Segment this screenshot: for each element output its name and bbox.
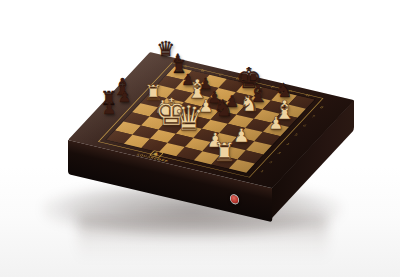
power-button-led[interactable]: [230, 193, 239, 205]
rank-label-6: 6: [300, 123, 310, 128]
rank-label-2: 2: [266, 159, 276, 164]
rank-label-4: 4: [283, 141, 293, 146]
rank-label-3: 3: [275, 150, 285, 155]
rank-label-8: 8: [317, 105, 327, 110]
rank-label-7: 7: [309, 114, 319, 119]
board-reflection: [78, 216, 328, 262]
rank-label-5: 5: [292, 132, 302, 137]
product-photo-scene: ABCDEFGH 87654321 ♞ SQUAREOFF ♛♟♜♟♚♟♝♞♝♜…: [0, 0, 400, 277]
rank-label-1: 1: [257, 169, 267, 174]
